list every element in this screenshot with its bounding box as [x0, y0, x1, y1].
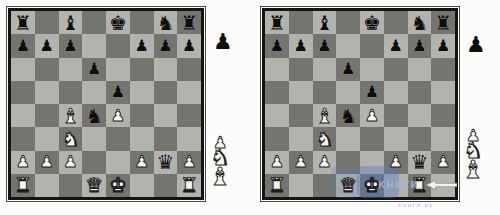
square-c6 — [313, 58, 337, 81]
square-g5 — [154, 81, 178, 104]
square-a6 — [265, 58, 289, 81]
black-king: ♚ — [363, 13, 381, 33]
black-knight: ♞ — [410, 13, 428, 33]
white-pawn: ♟ — [39, 154, 53, 170]
square-f4 — [130, 104, 154, 127]
square-f4 — [384, 104, 408, 127]
square-a7: ♟ — [265, 34, 289, 57]
black-pawn: ♟ — [87, 61, 101, 77]
square-b3 — [289, 127, 313, 150]
black-pawn: ♟ — [341, 61, 355, 77]
square-f5 — [384, 81, 408, 104]
square-d6: ♟ — [82, 58, 106, 81]
square-h8: ♜ — [177, 11, 201, 34]
black-knight: ♞ — [156, 13, 174, 33]
square-g4 — [408, 104, 432, 127]
square-a6 — [11, 58, 35, 81]
square-c3: ♞ — [59, 127, 83, 150]
black-knight: ♞ — [85, 106, 103, 126]
black-bishop: ♝ — [61, 13, 79, 33]
square-b8 — [289, 11, 313, 34]
square-a2: ♟ — [265, 151, 289, 174]
black-pawn: ♟ — [63, 38, 77, 54]
page: ♜♝♚♞♜♟♟♟♟♟♟♟♟♝♞♟♞♟♟♟♟♛♟♜♛♚♜ ♟ ♟♞♝ ♜♝♚♞♜♟… — [0, 0, 500, 215]
square-e6 — [106, 58, 130, 81]
square-a1: ♜ — [265, 174, 289, 197]
square-b7: ♟ — [35, 34, 59, 57]
square-g8: ♞ — [154, 11, 178, 34]
square-e5: ♟ — [360, 81, 384, 104]
black-pawn: ♟ — [365, 84, 379, 100]
square-e8: ♚ — [360, 11, 384, 34]
black-knight: ♞ — [339, 106, 357, 126]
white-pawn: ♟ — [388, 154, 402, 170]
black-rook: ♜ — [268, 13, 286, 33]
square-b3 — [35, 127, 59, 150]
square-d8 — [82, 11, 106, 34]
square-f8 — [384, 11, 408, 34]
square-d3 — [336, 127, 360, 150]
black-pawn: ♟ — [158, 38, 172, 54]
square-a4 — [265, 104, 289, 127]
square-g2: ♛ — [408, 151, 432, 174]
white-pawn: ♟ — [111, 108, 125, 124]
square-h2: ♟ — [177, 151, 201, 174]
square-g2: ♛ — [154, 151, 178, 174]
side-piece-white-bishop: ♝ — [209, 164, 231, 189]
square-e5: ♟ — [106, 81, 130, 104]
square-d1: ♛ — [336, 174, 360, 197]
square-h8: ♜ — [431, 11, 455, 34]
white-pawn: ♟ — [63, 154, 77, 170]
left-side-pieces-top: ♟ — [213, 31, 233, 53]
right-side-pieces-bottom: ♟♞♝ — [462, 128, 484, 182]
white-king: ♚ — [109, 175, 127, 195]
square-e6 — [360, 58, 384, 81]
square-f3 — [130, 127, 154, 150]
square-b2: ♟ — [35, 151, 59, 174]
white-pawn: ♟ — [134, 154, 148, 170]
square-h7: ♟ — [431, 34, 455, 57]
square-b6 — [35, 58, 59, 81]
left-side-pieces-bottom: ♟♞♝ — [209, 135, 231, 189]
square-f8 — [130, 11, 154, 34]
square-d3 — [82, 127, 106, 150]
square-d1: ♛ — [82, 174, 106, 197]
white-queen: ♛ — [339, 175, 357, 195]
square-b1 — [289, 174, 313, 197]
right-side-pieces-top: ♟ — [466, 34, 486, 56]
left-board: ♜♝♚♞♜♟♟♟♟♟♟♟♟♝♞♟♞♟♟♟♟♛♟♜♛♚♜ — [8, 8, 204, 200]
square-e4: ♟ — [360, 104, 384, 127]
square-f6 — [384, 58, 408, 81]
black-queen: ♛ — [410, 152, 428, 172]
square-h4 — [177, 104, 201, 127]
square-h2: ♟ — [431, 151, 455, 174]
square-h5 — [431, 81, 455, 104]
square-e3 — [106, 127, 130, 150]
square-c4: ♝ — [59, 104, 83, 127]
square-b2: ♟ — [289, 151, 313, 174]
white-rook: ♜ — [14, 175, 32, 195]
square-h6 — [431, 58, 455, 81]
white-bishop: ♝ — [315, 106, 333, 126]
square-c2: ♟ — [59, 151, 83, 174]
square-d8 — [336, 11, 360, 34]
square-g3 — [408, 127, 432, 150]
white-knight: ♞ — [61, 129, 79, 149]
square-c8: ♝ — [59, 11, 83, 34]
square-a5 — [265, 81, 289, 104]
square-c7: ♟ — [59, 34, 83, 57]
square-g4 — [154, 104, 178, 127]
white-pawn: ♟ — [293, 154, 307, 170]
square-e3 — [360, 127, 384, 150]
square-a3 — [265, 127, 289, 150]
black-rook: ♜ — [434, 13, 452, 33]
square-d6: ♟ — [336, 58, 360, 81]
square-g7: ♟ — [408, 34, 432, 57]
black-pawn: ♟ — [412, 38, 426, 54]
black-pawn: ♟ — [317, 38, 331, 54]
square-b1 — [35, 174, 59, 197]
square-d5 — [82, 81, 106, 104]
side-piece-white-bishop: ♝ — [462, 157, 484, 182]
square-c3: ♞ — [313, 127, 337, 150]
square-e4: ♟ — [106, 104, 130, 127]
square-f6 — [130, 58, 154, 81]
white-pawn: ♟ — [16, 154, 30, 170]
square-c5 — [313, 81, 337, 104]
black-king: ♚ — [109, 13, 127, 33]
square-g3 — [154, 127, 178, 150]
black-pawn: ♟ — [134, 38, 148, 54]
black-queen: ♛ — [156, 152, 174, 172]
square-h4 — [431, 104, 455, 127]
black-bishop: ♝ — [315, 13, 333, 33]
square-d5 — [336, 81, 360, 104]
square-c6 — [59, 58, 83, 81]
square-h6 — [177, 58, 201, 81]
square-h1: ♜ — [177, 174, 201, 197]
black-pawn: ♟ — [293, 38, 307, 54]
black-pawn: ♟ — [16, 38, 30, 54]
white-bishop: ♝ — [61, 106, 79, 126]
black-pawn: ♟ — [111, 84, 125, 100]
square-c5 — [59, 81, 83, 104]
white-pawn: ♟ — [182, 154, 196, 170]
square-f7: ♟ — [130, 34, 154, 57]
white-knight: ♞ — [315, 129, 333, 149]
watermark-subtext: книги ру — [398, 201, 493, 208]
square-a2: ♟ — [11, 151, 35, 174]
square-e8: ♚ — [106, 11, 130, 34]
black-rook: ♜ — [180, 13, 198, 33]
white-rook: ♜ — [268, 175, 286, 195]
square-b4 — [35, 104, 59, 127]
black-pawn: ♟ — [270, 38, 284, 54]
square-d7 — [82, 34, 106, 57]
square-f5 — [130, 81, 154, 104]
square-e7 — [360, 34, 384, 57]
square-f1 — [130, 174, 154, 197]
square-b5 — [35, 81, 59, 104]
square-h5 — [177, 81, 201, 104]
black-pawn: ♟ — [436, 38, 450, 54]
square-h7: ♟ — [177, 34, 201, 57]
left-diagram: ♜♝♚♞♜♟♟♟♟♟♟♟♟♝♞♟♞♟♟♟♟♛♟♜♛♚♜ — [8, 8, 204, 200]
black-pawn: ♟ — [182, 38, 196, 54]
white-pawn: ♟ — [436, 154, 450, 170]
square-a1: ♜ — [11, 174, 35, 197]
black-pawn: ♟ — [39, 38, 53, 54]
black-pawn: ♟ — [388, 38, 402, 54]
square-b7: ♟ — [289, 34, 313, 57]
white-pawn: ♟ — [317, 154, 331, 170]
square-d4: ♞ — [336, 104, 360, 127]
white-queen: ♛ — [85, 175, 103, 195]
square-e7 — [106, 34, 130, 57]
side-piece-black-pawn: ♟ — [466, 34, 486, 56]
white-pawn: ♟ — [365, 108, 379, 124]
white-pawn: ♟ — [270, 154, 284, 170]
square-d7 — [336, 34, 360, 57]
square-d2 — [82, 151, 106, 174]
square-g6 — [408, 58, 432, 81]
square-h3 — [431, 127, 455, 150]
black-rook: ♜ — [14, 13, 32, 33]
square-f7: ♟ — [384, 34, 408, 57]
square-a5 — [11, 81, 35, 104]
square-b6 — [289, 58, 313, 81]
square-c1 — [59, 174, 83, 197]
square-g8: ♞ — [408, 11, 432, 34]
square-b5 — [289, 81, 313, 104]
square-b8 — [35, 11, 59, 34]
square-g5 — [408, 81, 432, 104]
square-a8: ♜ — [265, 11, 289, 34]
white-rook: ♜ — [180, 175, 198, 195]
square-c8: ♝ — [313, 11, 337, 34]
square-f2: ♟ — [384, 151, 408, 174]
square-a4 — [11, 104, 35, 127]
right-diagram: ♜♝♚♞♜♟♟♟♟♟♟♟♟♝♞♟♞♟♟♟♟♛♟♜♛♚♜ КНИГИ — [262, 8, 458, 200]
square-c7: ♟ — [313, 34, 337, 57]
square-h3 — [177, 127, 201, 150]
square-g1 — [154, 174, 178, 197]
square-g6 — [154, 58, 178, 81]
move-arrow-icon — [426, 180, 457, 190]
square-a8: ♜ — [11, 11, 35, 34]
square-c4: ♝ — [313, 104, 337, 127]
square-a3 — [11, 127, 35, 150]
square-e2 — [106, 151, 130, 174]
square-a7: ♟ — [11, 34, 35, 57]
square-f2: ♟ — [130, 151, 154, 174]
square-b4 — [289, 104, 313, 127]
side-piece-black-pawn: ♟ — [213, 31, 233, 53]
square-e1: ♚ — [106, 174, 130, 197]
square-g7: ♟ — [154, 34, 178, 57]
square-f3 — [384, 127, 408, 150]
square-d4: ♞ — [82, 104, 106, 127]
